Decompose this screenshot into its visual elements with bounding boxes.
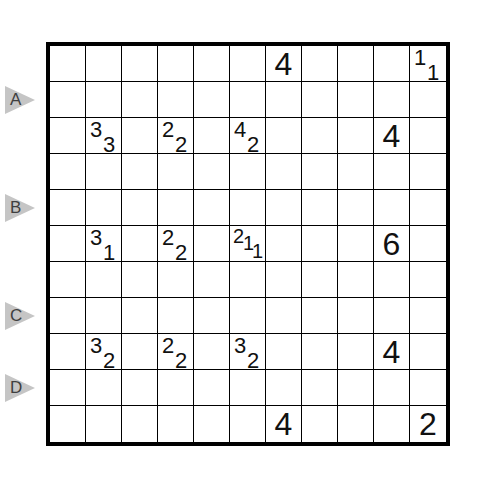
clue-value: 4	[234, 119, 246, 141]
cell-r5c1[interactable]	[50, 190, 86, 226]
cell-r4c3[interactable]	[122, 154, 158, 190]
cell-r7c2[interactable]	[86, 262, 122, 298]
cell-r3c7[interactable]	[266, 118, 302, 154]
cell-r7c5[interactable]	[194, 262, 230, 298]
cell-r3c6[interactable]: 42	[230, 118, 266, 154]
cell-r6c2[interactable]: 31	[86, 226, 122, 262]
cell-r1c9[interactable]	[338, 46, 374, 82]
cell-r7c8[interactable]	[302, 262, 338, 298]
cell-r1c5[interactable]	[194, 46, 230, 82]
cell-r11c6[interactable]	[230, 406, 266, 442]
cell-r11c8[interactable]	[302, 406, 338, 442]
cell-r8c6[interactable]	[230, 298, 266, 334]
cell-r6c8[interactable]	[302, 226, 338, 262]
cell-r5c7[interactable]	[266, 190, 302, 226]
cell-r9c5[interactable]	[194, 334, 230, 370]
marker-label: A	[10, 90, 21, 110]
cell-r9c4[interactable]: 22	[158, 334, 194, 370]
cell-r11c9[interactable]	[338, 406, 374, 442]
clue-value: 3	[90, 335, 102, 357]
cell-r11c5[interactable]	[194, 406, 230, 442]
cell-r10c8[interactable]	[302, 370, 338, 406]
clue-value: 3	[90, 227, 102, 249]
row-marker-B: B	[5, 194, 35, 222]
cell-r4c4[interactable]	[158, 154, 194, 190]
cell-r11c2[interactable]	[86, 406, 122, 442]
cell-r5c3[interactable]	[122, 190, 158, 226]
cell-r9c6[interactable]: 32	[230, 334, 266, 370]
cell-r11c10[interactable]	[374, 406, 410, 442]
cell-r4c6[interactable]	[230, 154, 266, 190]
cell-r9c2[interactable]: 32	[86, 334, 122, 370]
clue-value: 2	[247, 350, 259, 372]
marker-label: B	[10, 198, 21, 218]
puzzle-canvas: ABCD 411332242431222116322232442	[0, 0, 500, 492]
cell-r10c10[interactable]	[374, 370, 410, 406]
clue-value: 1	[252, 241, 263, 261]
cell-r4c9[interactable]	[338, 154, 374, 190]
cell-r5c2[interactable]	[86, 190, 122, 226]
cell-r7c4[interactable]	[158, 262, 194, 298]
cell-r1c6[interactable]	[230, 46, 266, 82]
clue-value: 3	[90, 119, 102, 141]
cell-r7c6[interactable]	[230, 262, 266, 298]
cell-r10c3[interactable]	[122, 370, 158, 406]
cell-r8c4[interactable]	[158, 298, 194, 334]
row-marker-D: D	[5, 374, 35, 402]
cell-r8c3[interactable]	[122, 298, 158, 334]
cell-r2c4[interactable]	[158, 82, 194, 118]
cell-r6c4[interactable]: 22	[158, 226, 194, 262]
cell-r2c1[interactable]	[50, 82, 86, 118]
clue-value: 2	[162, 227, 174, 249]
cell-r10c7[interactable]	[266, 370, 302, 406]
cell-r7c1[interactable]	[50, 262, 86, 298]
row-marker-A: A	[5, 86, 35, 114]
clue-value: 3	[234, 335, 246, 357]
cell-r7c10[interactable]	[374, 262, 410, 298]
cell-r11c7[interactable]: 4	[266, 406, 302, 442]
cell-r6c1[interactable]	[50, 226, 86, 262]
cell-r3c4[interactable]: 22	[158, 118, 194, 154]
cell-r2c11[interactable]	[410, 82, 446, 118]
cell-r2c6[interactable]	[230, 82, 266, 118]
cell-r9c10[interactable]: 4	[374, 334, 410, 370]
cell-r6c7[interactable]	[266, 226, 302, 262]
cell-r8c10[interactable]	[374, 298, 410, 334]
clue-value: 3	[103, 134, 115, 156]
cell-r3c9[interactable]	[338, 118, 374, 154]
cell-r5c11[interactable]	[410, 190, 446, 226]
cell-r2c9[interactable]	[338, 82, 374, 118]
clue-value: 2	[175, 134, 187, 156]
cell-r9c9[interactable]	[338, 334, 374, 370]
cell-r6c9[interactable]	[338, 226, 374, 262]
cell-r3c11[interactable]	[410, 118, 446, 154]
clue-value: 1	[427, 62, 439, 84]
cell-r4c5[interactable]	[194, 154, 230, 190]
cell-r10c5[interactable]	[194, 370, 230, 406]
clue-value: 1	[103, 242, 115, 264]
cell-r1c4[interactable]	[158, 46, 194, 82]
cell-r1c1[interactable]	[50, 46, 86, 82]
cell-r5c10[interactable]	[374, 190, 410, 226]
clue-value: 6	[383, 228, 401, 260]
marker-label: D	[10, 378, 22, 398]
cell-r5c5[interactable]	[194, 190, 230, 226]
cell-r11c4[interactable]	[158, 406, 194, 442]
cell-r4c11[interactable]	[410, 154, 446, 190]
cell-r8c9[interactable]	[338, 298, 374, 334]
cell-r3c10[interactable]: 4	[374, 118, 410, 154]
cell-r3c2[interactable]: 33	[86, 118, 122, 154]
cell-r10c6[interactable]	[230, 370, 266, 406]
cell-r6c3[interactable]	[122, 226, 158, 262]
cell-r9c11[interactable]	[410, 334, 446, 370]
cell-r1c8[interactable]	[302, 46, 338, 82]
tapa-board: 411332242431222116322232442	[46, 42, 450, 446]
cell-r3c1[interactable]	[50, 118, 86, 154]
cell-r8c2[interactable]	[86, 298, 122, 334]
cell-r11c3[interactable]	[122, 406, 158, 442]
cell-r2c7[interactable]	[266, 82, 302, 118]
cell-r11c1[interactable]	[50, 406, 86, 442]
cell-r1c11[interactable]: 11	[410, 46, 446, 82]
cell-r7c9[interactable]	[338, 262, 374, 298]
cell-r10c1[interactable]	[50, 370, 86, 406]
cell-r5c4[interactable]	[158, 190, 194, 226]
cell-r3c5[interactable]	[194, 118, 230, 154]
cell-r4c1[interactable]	[50, 154, 86, 190]
clue-value: 4	[383, 336, 401, 368]
cell-r7c11[interactable]	[410, 262, 446, 298]
cell-r1c2[interactable]	[86, 46, 122, 82]
cell-r10c4[interactable]	[158, 370, 194, 406]
clue-value: 4	[275, 408, 293, 440]
clue-value: 1	[414, 47, 426, 69]
cell-r6c10[interactable]: 6	[374, 226, 410, 262]
clue-value: 4	[275, 48, 293, 80]
cell-r1c10[interactable]	[374, 46, 410, 82]
clue-value: 2	[162, 335, 174, 357]
cell-r9c1[interactable]	[50, 334, 86, 370]
clue-value: 4	[383, 120, 401, 152]
cell-r10c9[interactable]	[338, 370, 374, 406]
cell-r6c5[interactable]	[194, 226, 230, 262]
cell-r4c7[interactable]	[266, 154, 302, 190]
cell-r2c2[interactable]	[86, 82, 122, 118]
cell-r3c8[interactable]	[302, 118, 338, 154]
clue-value: 2	[419, 408, 437, 440]
cell-r8c1[interactable]	[50, 298, 86, 334]
cell-r2c8[interactable]	[302, 82, 338, 118]
cell-r5c8[interactable]	[302, 190, 338, 226]
cell-r5c6[interactable]	[230, 190, 266, 226]
cell-r4c2[interactable]	[86, 154, 122, 190]
cell-r10c11[interactable]	[410, 370, 446, 406]
row-marker-C: C	[5, 302, 35, 330]
cell-r2c10[interactable]	[374, 82, 410, 118]
clue-value: 2	[103, 350, 115, 372]
cell-r10c2[interactable]	[86, 370, 122, 406]
cell-r2c5[interactable]	[194, 82, 230, 118]
cell-r6c11[interactable]	[410, 226, 446, 262]
cell-r4c8[interactable]	[302, 154, 338, 190]
cell-r7c7[interactable]	[266, 262, 302, 298]
cell-r3c3[interactable]	[122, 118, 158, 154]
clue-value: 2	[247, 134, 259, 156]
cell-r7c3[interactable]	[122, 262, 158, 298]
cell-r8c11[interactable]	[410, 298, 446, 334]
clue-value: 2	[175, 242, 187, 264]
cell-r9c8[interactable]	[302, 334, 338, 370]
cell-r11c11[interactable]: 2	[410, 406, 446, 442]
cell-r4c10[interactable]	[374, 154, 410, 190]
clue-value: 2	[162, 119, 174, 141]
cell-r8c5[interactable]	[194, 298, 230, 334]
marker-label: C	[10, 306, 22, 326]
clue-value: 2	[175, 350, 187, 372]
cell-r1c3[interactable]	[122, 46, 158, 82]
cell-r8c7[interactable]	[266, 298, 302, 334]
cell-r2c3[interactable]	[122, 82, 158, 118]
cell-r1c7[interactable]: 4	[266, 46, 302, 82]
cell-r5c9[interactable]	[338, 190, 374, 226]
cell-r9c3[interactable]	[122, 334, 158, 370]
cell-r6c6[interactable]: 211	[230, 226, 266, 262]
cell-r8c8[interactable]	[302, 298, 338, 334]
cell-r9c7[interactable]	[266, 334, 302, 370]
